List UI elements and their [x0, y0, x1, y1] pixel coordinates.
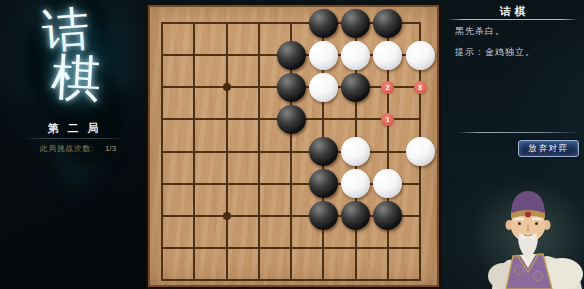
panel-title: 诘棋 [441, 4, 584, 19]
puzzle-task: 黑先杀白。 [455, 25, 505, 38]
move-marker-3: 3 [414, 81, 427, 94]
move-marker-2: 2 [381, 81, 394, 94]
stone-black [277, 41, 306, 70]
attempts-label: 此局挑战次数: [40, 144, 94, 154]
stone-white [341, 169, 370, 198]
go-board[interactable]: 231 [146, 3, 441, 289]
stone-black [373, 9, 402, 38]
round-label: 第二局 [0, 121, 146, 136]
sidebar-divider [24, 138, 126, 139]
stone-white [341, 137, 370, 166]
attempts-row: 此局挑战次数: 1/3 [40, 144, 116, 154]
puzzle-hint: 提示：金鸡独立。 [455, 46, 535, 59]
grid-line [161, 247, 421, 249]
star-point [223, 212, 231, 220]
stone-white [341, 41, 370, 70]
panel-divider [457, 132, 581, 133]
stone-black [341, 73, 370, 102]
stone-white [309, 73, 338, 102]
attempts-value: 1/3 [105, 144, 116, 153]
stone-white [373, 169, 402, 198]
stone-black [277, 105, 306, 134]
game-screen: 诘 棋 第二局 此局挑战次数: 1/3 231 诘棋 黑先杀白。 提示：金鸡独立… [0, 0, 584, 289]
title-underline [447, 19, 578, 20]
move-marker-1: 1 [381, 113, 394, 126]
stone-black [309, 9, 338, 38]
old-man-character [486, 186, 584, 289]
sidebar: 诘 棋 第二局 此局挑战次数: 1/3 [0, 0, 146, 289]
calligraphy-title-char-2: 棋 [50, 52, 103, 105]
calligraphy-title-char-1: 诘 [40, 4, 90, 54]
stone-white [373, 41, 402, 70]
stone-white [406, 137, 435, 166]
give-up-button[interactable]: 放弃对弈 [518, 140, 579, 157]
grid-line [161, 279, 421, 281]
stone-black [341, 201, 370, 230]
stone-white [309, 41, 338, 70]
star-point [223, 83, 231, 91]
stone-black [277, 73, 306, 102]
stone-black [341, 9, 370, 38]
stone-black [373, 201, 402, 230]
info-panel: 诘棋 黑先杀白。 提示：金鸡独立。 放弃对弈 [441, 0, 584, 289]
stone-white [406, 41, 435, 70]
stone-black [309, 201, 338, 230]
stone-black [309, 169, 338, 198]
stone-black [309, 137, 338, 166]
